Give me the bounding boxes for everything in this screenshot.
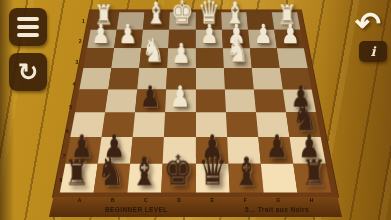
square-A2[interactable]: ♟ bbox=[87, 30, 117, 49]
white-bishop[interactable]: ♝ bbox=[146, 0, 167, 29]
rank-label-6: 6 bbox=[66, 128, 69, 134]
rank-label-3: 3 bbox=[76, 59, 79, 65]
redo-button[interactable]: ↶ bbox=[346, 2, 390, 44]
rank-label-5: 5 bbox=[69, 104, 72, 110]
square-D1[interactable]: ♚ bbox=[169, 12, 195, 29]
white-knight[interactable]: ♞ bbox=[226, 35, 249, 68]
square-C5[interactable]: ♟ bbox=[135, 89, 166, 112]
file-label-E: E bbox=[196, 197, 229, 203]
black-pawn[interactable]: ♟ bbox=[140, 82, 161, 111]
white-pawn[interactable]: ♟ bbox=[170, 82, 191, 111]
rank-label-8: 8 bbox=[60, 177, 63, 183]
black-rook[interactable]: ♜ bbox=[302, 156, 327, 192]
file-label-H: H bbox=[295, 197, 328, 203]
square-C8[interactable]: ♝ bbox=[128, 164, 163, 193]
square-F3[interactable]: ♞ bbox=[223, 48, 252, 68]
restart-button[interactable]: ↻ bbox=[9, 53, 47, 91]
menu-button[interactable] bbox=[9, 8, 47, 46]
white-pawn[interactable]: ♟ bbox=[92, 21, 110, 47]
square-F8[interactable]: ♝ bbox=[228, 164, 263, 193]
white-pawn[interactable]: ♟ bbox=[281, 21, 299, 47]
chess-app-screen: ♜♝♚♛♝♜♟♟♟♟♟♟♞♟♞♟♟♟♞♟♟♟♟♟♜♞♝♚♛♝♜ ABCDEFGH… bbox=[0, 0, 391, 220]
square-G8[interactable] bbox=[261, 164, 298, 193]
black-rook[interactable]: ♜ bbox=[65, 156, 90, 192]
file-label-F: F bbox=[229, 197, 262, 203]
square-A3[interactable] bbox=[83, 48, 114, 68]
square-F6[interactable] bbox=[226, 112, 258, 137]
info-button[interactable]: i bbox=[359, 41, 387, 62]
board-scene: ♜♝♚♛♝♜♟♟♟♟♟♟♞♟♞♟♟♟♞♟♟♟♟♟♜♞♝♚♛♝♜ bbox=[0, 0, 391, 220]
white-pawn[interactable]: ♟ bbox=[200, 21, 218, 47]
square-G5[interactable] bbox=[254, 89, 286, 112]
rank-label-1: 1 bbox=[82, 18, 85, 24]
file-label-A: A bbox=[63, 197, 96, 203]
square-D5[interactable]: ♟ bbox=[165, 89, 195, 112]
square-A4[interactable] bbox=[79, 68, 111, 89]
turn-indicator: 5... Trait aux Noirs bbox=[245, 206, 309, 213]
square-E2[interactable]: ♟ bbox=[196, 30, 223, 49]
square-G4[interactable] bbox=[252, 68, 283, 89]
level-label: BEGINNER LEVEL bbox=[105, 206, 168, 213]
square-E5[interactable] bbox=[196, 89, 226, 112]
square-D3[interactable]: ♟ bbox=[167, 48, 195, 68]
square-E3[interactable] bbox=[196, 48, 224, 68]
square-G3[interactable] bbox=[250, 48, 280, 68]
white-pawn[interactable]: ♟ bbox=[119, 21, 137, 47]
black-knight[interactable]: ♞ bbox=[97, 152, 125, 191]
square-E8[interactable]: ♛ bbox=[196, 164, 230, 193]
square-D6[interactable] bbox=[164, 112, 195, 137]
square-H2[interactable]: ♟ bbox=[274, 30, 304, 49]
info-icon: i bbox=[371, 45, 376, 58]
square-B8[interactable]: ♞ bbox=[94, 164, 131, 193]
square-C3[interactable]: ♞ bbox=[139, 48, 168, 68]
file-label-B: B bbox=[96, 197, 129, 203]
square-E4[interactable] bbox=[196, 68, 225, 89]
square-G7[interactable]: ♟ bbox=[258, 137, 293, 164]
black-bishop[interactable]: ♝ bbox=[232, 152, 260, 191]
black-queen[interactable]: ♛ bbox=[198, 149, 227, 191]
black-pawn[interactable]: ♟ bbox=[266, 131, 288, 163]
restart-icon: ↻ bbox=[18, 60, 38, 84]
square-F4[interactable] bbox=[224, 68, 254, 89]
white-pawn[interactable]: ♟ bbox=[172, 40, 191, 67]
board-front-edge: ABCDEFGH BEGINNER LEVEL 5... Trait aux N… bbox=[49, 197, 342, 217]
square-D8[interactable]: ♚ bbox=[162, 164, 196, 193]
square-B5[interactable] bbox=[105, 89, 137, 112]
black-bishop[interactable]: ♝ bbox=[131, 152, 159, 191]
rank-label-2: 2 bbox=[79, 38, 82, 44]
square-H8[interactable]: ♜ bbox=[293, 164, 331, 193]
rank-label-4: 4 bbox=[72, 81, 75, 87]
square-B4[interactable] bbox=[108, 68, 139, 89]
square-G2[interactable]: ♟ bbox=[248, 30, 277, 49]
file-label-D: D bbox=[162, 197, 195, 203]
black-king[interactable]: ♚ bbox=[164, 149, 193, 191]
white-knight[interactable]: ♞ bbox=[142, 35, 165, 68]
square-C6[interactable] bbox=[133, 112, 165, 137]
square-C1[interactable]: ♝ bbox=[143, 12, 170, 29]
chess-board[interactable]: ♜♝♚♛♝♜♟♟♟♟♟♟♞♟♞♟♟♟♞♟♟♟♟♟♜♞♝♚♛♝♜ bbox=[53, 10, 338, 197]
square-A5[interactable] bbox=[75, 89, 108, 112]
redo-arrow-icon: ↶ bbox=[355, 5, 381, 42]
square-F5[interactable] bbox=[225, 89, 256, 112]
square-H3[interactable] bbox=[277, 48, 308, 68]
file-label-C: C bbox=[129, 197, 162, 203]
square-B2[interactable]: ♟ bbox=[114, 30, 143, 49]
rank-label-7: 7 bbox=[63, 153, 66, 159]
square-B3[interactable] bbox=[111, 48, 141, 68]
square-A8[interactable]: ♜ bbox=[60, 164, 98, 193]
file-labels: ABCDEFGH bbox=[49, 197, 342, 203]
hamburger-icon bbox=[17, 17, 39, 37]
white-king[interactable]: ♚ bbox=[171, 0, 194, 29]
file-label-G: G bbox=[262, 197, 295, 203]
white-pawn[interactable]: ♟ bbox=[254, 21, 272, 47]
